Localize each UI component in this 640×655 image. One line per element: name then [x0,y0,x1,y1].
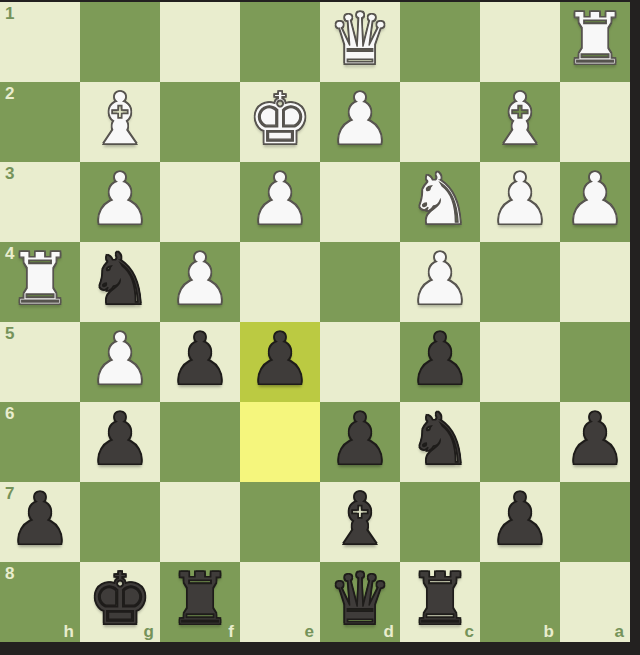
square-d4[interactable] [320,242,400,322]
square-h5[interactable]: 5 [0,322,80,402]
square-c3[interactable]: ♞ [400,162,480,242]
file-label-a: a [615,623,624,640]
square-h1[interactable]: 1 [0,2,80,82]
square-g3[interactable]: ♟ [80,162,160,242]
black-bishop-icon-d7[interactable]: ♝ [328,482,393,559]
square-b1[interactable] [480,2,560,82]
black-rook-icon-c8[interactable]: ♜ [408,562,473,639]
white-pawn-icon-f4[interactable]: ♟ [168,242,233,319]
white-king-icon-e2[interactable]: ♚ [248,82,313,159]
black-king-icon-g8[interactable]: ♚ [88,562,153,639]
square-h6[interactable]: 6 [0,402,80,482]
white-rook-icon-a1[interactable]: ♜ [563,2,628,79]
square-b8[interactable]: b [480,562,560,642]
black-pawn-icon-d6[interactable]: ♟ [328,402,393,479]
white-pawn-icon-a3[interactable]: ♟ [563,162,628,239]
square-f5[interactable]: ♟ [160,322,240,402]
white-rook-icon-h4[interactable]: ♜ [8,242,73,319]
square-c1[interactable] [400,2,480,82]
square-g6[interactable]: ♟ [80,402,160,482]
file-label-e: e [305,623,314,640]
rank-label-6: 6 [5,405,14,422]
square-e1[interactable] [240,2,320,82]
square-c6[interactable]: ♞ [400,402,480,482]
white-pawn-icon-b3[interactable]: ♟ [488,162,553,239]
square-b3[interactable]: ♟ [480,162,560,242]
black-rook-icon-f8[interactable]: ♜ [168,562,233,639]
square-b4[interactable] [480,242,560,322]
square-e4[interactable] [240,242,320,322]
square-a7[interactable] [560,482,630,562]
square-f4[interactable]: ♟ [160,242,240,322]
square-g1[interactable] [80,2,160,82]
black-pawn-icon-g6[interactable]: ♟ [88,402,153,479]
square-a1[interactable]: ♜ [560,2,630,82]
square-h8[interactable]: 8h [0,562,80,642]
black-pawn-icon-b7[interactable]: ♟ [488,482,553,559]
square-d7[interactable]: ♝ [320,482,400,562]
white-knight-icon-c3[interactable]: ♞ [408,162,473,239]
black-knight-icon-g4[interactable]: ♞ [88,242,153,319]
square-e8[interactable]: e [240,562,320,642]
square-c4[interactable]: ♟ [400,242,480,322]
square-f3[interactable] [160,162,240,242]
white-pawn-icon-g3[interactable]: ♟ [88,162,153,239]
square-a4[interactable] [560,242,630,322]
square-c5[interactable]: ♟ [400,322,480,402]
square-b7[interactable]: ♟ [480,482,560,562]
square-f6[interactable] [160,402,240,482]
square-a8[interactable]: a [560,562,630,642]
square-a2[interactable] [560,82,630,162]
square-c7[interactable] [400,482,480,562]
square-f2[interactable] [160,82,240,162]
white-queen-icon-d1[interactable]: ♛ [328,2,393,79]
rank-label-2: 2 [5,85,14,102]
black-pawn-icon-f5[interactable]: ♟ [168,322,233,399]
square-g4[interactable]: ♞ [80,242,160,322]
white-pawn-icon-e3[interactable]: ♟ [248,162,313,239]
square-d1[interactable]: ♛ [320,2,400,82]
square-g7[interactable] [80,482,160,562]
square-c2[interactable] [400,82,480,162]
square-f7[interactable] [160,482,240,562]
black-pawn-icon-c5[interactable]: ♟ [408,322,473,399]
file-label-h: h [64,623,74,640]
square-d8[interactable]: d♛ [320,562,400,642]
white-pawn-icon-g5[interactable]: ♟ [88,322,153,399]
square-g2[interactable]: ♝ [80,82,160,162]
rank-label-1: 1 [5,5,14,22]
chess-app-screen: 1♛♜2♝♚♟♝3♟♟♞♟♟4♜♞♟♟5♟♟♟♟6♟♟♞♟7♟♝♟8hg♚f♜e… [0,0,640,655]
square-e5[interactable]: ♟ [240,322,320,402]
rank-label-5: 5 [5,325,14,342]
chess-board: 1♛♜2♝♚♟♝3♟♟♞♟♟4♜♞♟♟5♟♟♟♟6♟♟♞♟7♟♝♟8hg♚f♜e… [0,2,630,642]
white-bishop-icon-g2[interactable]: ♝ [88,82,153,159]
square-g5[interactable]: ♟ [80,322,160,402]
file-label-b: b [544,623,554,640]
square-b5[interactable] [480,322,560,402]
square-h4[interactable]: 4♜ [0,242,80,322]
square-c8[interactable]: c♜ [400,562,480,642]
square-d2[interactable]: ♟ [320,82,400,162]
square-b2[interactable]: ♝ [480,82,560,162]
square-h2[interactable]: 2 [0,82,80,162]
square-d5[interactable] [320,322,400,402]
rank-label-3: 3 [5,165,14,182]
square-e2[interactable]: ♚ [240,82,320,162]
black-queen-icon-d8[interactable]: ♛ [328,562,393,639]
square-a3[interactable]: ♟ [560,162,630,242]
square-a5[interactable] [560,322,630,402]
square-f1[interactable] [160,2,240,82]
square-d3[interactable] [320,162,400,242]
square-b6[interactable] [480,402,560,482]
rank-label-8: 8 [5,565,14,582]
square-e3[interactable]: ♟ [240,162,320,242]
black-pawn-icon-e5[interactable]: ♟ [248,322,313,399]
square-e7[interactable] [240,482,320,562]
square-h7[interactable]: 7♟ [0,482,80,562]
square-e6[interactable] [240,402,320,482]
square-f8[interactable]: f♜ [160,562,240,642]
square-d6[interactable]: ♟ [320,402,400,482]
white-pawn-icon-d2[interactable]: ♟ [328,82,393,159]
white-pawn-icon-c4[interactable]: ♟ [408,242,473,319]
black-pawn-icon-a6[interactable]: ♟ [563,402,628,479]
white-bishop-icon-b2[interactable]: ♝ [488,82,553,159]
square-a6[interactable]: ♟ [560,402,630,482]
black-pawn-icon-h7[interactable]: ♟ [8,482,73,559]
black-knight-icon-c6[interactable]: ♞ [408,402,473,479]
square-h3[interactable]: 3 [0,162,80,242]
square-g8[interactable]: g♚ [80,562,160,642]
